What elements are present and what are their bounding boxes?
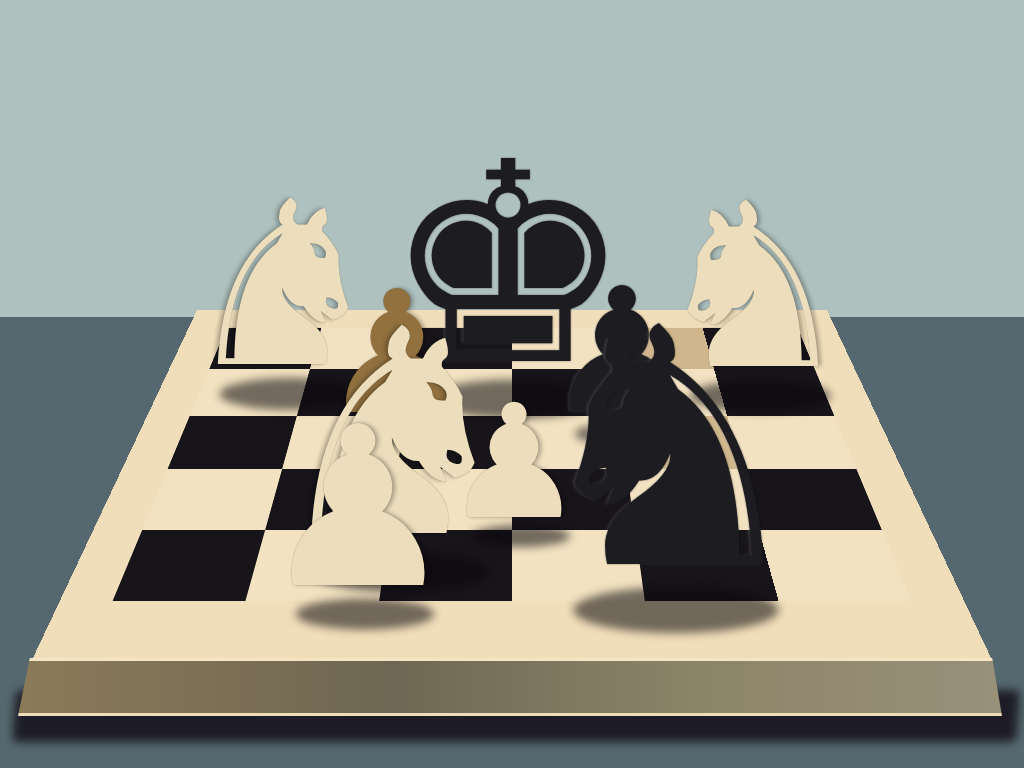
- cream-pawn-c2: ♟: [258, 397, 457, 619]
- chess-illustration-scene: ♞♞♚♟♟♟♞♞♟: [0, 0, 1024, 768]
- pieces-layer: ♞♞♚♟♟♟♞♞♟: [0, 0, 1024, 768]
- black-knight-f3: ♞: [521, 285, 817, 615]
